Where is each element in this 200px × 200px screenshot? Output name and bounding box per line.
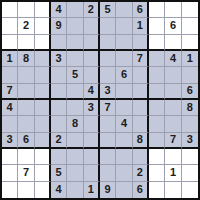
cell-r4c8-empty[interactable]: [116, 51, 132, 67]
cell-r8c6-empty[interactable]: [84, 116, 100, 132]
cell-r4c4-given: 3: [51, 51, 67, 67]
cell-r9c11-given: 7: [165, 133, 181, 149]
cell-r8c12-empty[interactable]: [182, 116, 198, 132]
cell-r3c6-empty[interactable]: [84, 35, 100, 51]
cell-r12c8-empty[interactable]: [116, 182, 132, 198]
cell-r5c3-empty[interactable]: [35, 67, 51, 83]
cell-r6c8-empty[interactable]: [116, 84, 132, 100]
cell-r12c6-given: 1: [84, 182, 100, 198]
cell-r4c9-given: 7: [133, 51, 149, 67]
cell-r3c7-empty[interactable]: [100, 35, 116, 51]
cell-r4c3-empty[interactable]: [35, 51, 51, 67]
cell-r8c2-empty[interactable]: [18, 116, 34, 132]
cell-r1c4-given: 4: [51, 2, 67, 18]
cell-r10c2-empty[interactable]: [18, 149, 34, 165]
cell-r2c11-given: 6: [165, 18, 181, 34]
cell-r11c9-given: 2: [133, 165, 149, 181]
cell-r1c8-empty[interactable]: [116, 2, 132, 18]
cell-r9c7-empty[interactable]: [100, 133, 116, 149]
cell-r7c8-empty[interactable]: [116, 100, 132, 116]
cell-r7c11-empty[interactable]: [165, 100, 181, 116]
cell-r4c11-given: 4: [165, 51, 181, 67]
cell-r7c1-given: 4: [2, 100, 18, 116]
cell-r9c2-given: 6: [18, 133, 34, 149]
cell-r11c7-empty[interactable]: [100, 165, 116, 181]
cell-r8c7-empty[interactable]: [100, 116, 116, 132]
cell-r10c8-empty[interactable]: [116, 149, 132, 165]
cell-r5c10-empty[interactable]: [149, 67, 165, 83]
cell-r1c12-empty[interactable]: [182, 2, 198, 18]
cell-r9c3-empty[interactable]: [35, 133, 51, 149]
cell-r10c7-empty[interactable]: [100, 149, 116, 165]
cell-r8c5-given: 8: [67, 116, 83, 132]
cell-r12c5-empty[interactable]: [67, 182, 83, 198]
cell-r5c2-empty[interactable]: [18, 67, 34, 83]
cell-r9c9-given: 8: [133, 133, 149, 149]
cell-r12c7-given: 9: [100, 182, 116, 198]
cell-r3c5-empty[interactable]: [67, 35, 83, 51]
cell-r10c10-empty[interactable]: [149, 149, 165, 165]
cell-r1c7-given: 5: [100, 2, 116, 18]
cell-r10c3-empty[interactable]: [35, 149, 51, 165]
cell-r10c1-empty[interactable]: [2, 149, 18, 165]
cell-r2c3-empty[interactable]: [35, 18, 51, 34]
cell-r12c9-given: 6: [133, 182, 149, 198]
cell-r2c2-given: 2: [18, 18, 34, 34]
cell-r6c11-empty[interactable]: [165, 84, 181, 100]
cell-r11c5-empty[interactable]: [67, 165, 83, 181]
cell-r5c6-empty[interactable]: [84, 67, 100, 83]
cell-r4c2-given: 8: [18, 51, 34, 67]
cell-r9c5-empty[interactable]: [67, 133, 83, 149]
cell-r12c3-empty[interactable]: [35, 182, 51, 198]
cell-r7c9-empty[interactable]: [133, 100, 149, 116]
cell-r9c4-given: 2: [51, 133, 67, 149]
cell-r10c5-empty[interactable]: [67, 149, 83, 165]
cell-r3c3-empty[interactable]: [35, 35, 51, 51]
cell-r11c3-empty[interactable]: [35, 165, 51, 181]
cell-r11c4-given: 5: [51, 165, 67, 181]
cell-r12c2-empty[interactable]: [18, 182, 34, 198]
cell-r6c3-empty[interactable]: [35, 84, 51, 100]
cell-r4c7-empty[interactable]: [100, 51, 116, 67]
cell-r11c8-empty[interactable]: [116, 165, 132, 181]
cell-r1c2-empty[interactable]: [18, 2, 34, 18]
cell-r6c12-given: 6: [182, 84, 198, 100]
cell-r8c9-empty[interactable]: [133, 116, 149, 132]
cell-r10c9-empty[interactable]: [133, 149, 149, 165]
cell-r2c4-given: 9: [51, 18, 67, 34]
cell-r11c12-empty[interactable]: [182, 165, 198, 181]
cell-r8c4-empty[interactable]: [51, 116, 67, 132]
cell-r8c3-empty[interactable]: [35, 116, 51, 132]
cell-r1c11-empty[interactable]: [165, 2, 181, 18]
cell-r12c4-given: 4: [51, 182, 67, 198]
cell-r7c6-given: 3: [84, 100, 100, 116]
cell-r6c6-given: 4: [84, 84, 100, 100]
cell-r2c6-empty[interactable]: [84, 18, 100, 34]
cell-r2c7-empty[interactable]: [100, 18, 116, 34]
cell-r3c11-empty[interactable]: [165, 35, 181, 51]
sudoku-puzzle: 4256291618374156743643788436287375214196: [0, 0, 200, 200]
cell-r2c1-empty[interactable]: [2, 18, 18, 34]
cell-r9c10-empty[interactable]: [149, 133, 165, 149]
cell-r12c12-empty[interactable]: [182, 182, 198, 198]
cell-r5c9-empty[interactable]: [133, 67, 149, 83]
cell-r5c1-empty[interactable]: [2, 67, 18, 83]
cell-r6c4-empty[interactable]: [51, 84, 67, 100]
cell-r3c1-empty[interactable]: [2, 35, 18, 51]
cell-r2c9-given: 1: [133, 18, 149, 34]
cell-r6c2-empty[interactable]: [18, 84, 34, 100]
cell-r1c10-empty[interactable]: [149, 2, 165, 18]
sudoku-board: 4256291618374156743643788436287375214196: [0, 0, 200, 200]
cell-r12c11-empty[interactable]: [165, 182, 181, 198]
cell-r5c4-empty[interactable]: [51, 67, 67, 83]
cell-r7c12-given: 8: [182, 100, 198, 116]
cell-r5c8-given: 6: [116, 67, 132, 83]
cell-r11c1-empty[interactable]: [2, 165, 18, 181]
cell-r2c12-empty[interactable]: [182, 18, 198, 34]
cell-r6c9-empty[interactable]: [133, 84, 149, 100]
cell-r10c11-empty[interactable]: [165, 149, 181, 165]
cell-r7c7-given: 7: [100, 100, 116, 116]
cell-r3c8-empty[interactable]: [116, 35, 132, 51]
cell-r9c6-empty[interactable]: [84, 133, 100, 149]
cell-r2c8-empty[interactable]: [116, 18, 132, 34]
cell-r3c2-empty[interactable]: [18, 35, 34, 51]
cell-r6c5-empty[interactable]: [67, 84, 83, 100]
cell-r3c10-empty[interactable]: [149, 35, 165, 51]
cell-r7c5-empty[interactable]: [67, 100, 83, 116]
cell-r1c9-given: 6: [133, 2, 149, 18]
cell-r3c9-empty[interactable]: [133, 35, 149, 51]
cell-r2c5-empty[interactable]: [67, 18, 83, 34]
cell-r9c8-empty[interactable]: [116, 133, 132, 149]
cell-r8c10-empty[interactable]: [149, 116, 165, 132]
cell-r9c1-given: 3: [2, 133, 18, 149]
cell-r1c3-empty[interactable]: [35, 2, 51, 18]
cell-r6c7-given: 3: [100, 84, 116, 100]
cell-r11c6-empty[interactable]: [84, 165, 100, 181]
cell-r4c12-given: 1: [182, 51, 198, 67]
cell-r5c5-given: 5: [67, 67, 83, 83]
cell-r9c12-given: 3: [182, 133, 198, 149]
cell-r1c6-given: 2: [84, 2, 100, 18]
cell-r7c10-empty[interactable]: [149, 100, 165, 116]
cell-r10c6-empty[interactable]: [84, 149, 100, 165]
cell-r4c6-empty[interactable]: [84, 51, 100, 67]
cell-r12c1-empty[interactable]: [2, 182, 18, 198]
cell-r1c1-empty[interactable]: [2, 2, 18, 18]
cell-r5c7-empty[interactable]: [100, 67, 116, 83]
cell-r2c10-empty[interactable]: [149, 18, 165, 34]
cell-r4c5-empty[interactable]: [67, 51, 83, 67]
cell-r7c2-empty[interactable]: [18, 100, 34, 116]
cell-r10c12-empty[interactable]: [182, 149, 198, 165]
cell-r6c1-given: 7: [2, 84, 18, 100]
cell-r1c5-empty[interactable]: [67, 2, 83, 18]
cell-r5c12-empty[interactable]: [182, 67, 198, 83]
cell-r4c10-empty[interactable]: [149, 51, 165, 67]
cell-r4c1-given: 1: [2, 51, 18, 67]
cell-r8c8-given: 4: [116, 116, 132, 132]
cell-r12c10-empty[interactable]: [149, 182, 165, 198]
cell-r11c11-given: 1: [165, 165, 181, 181]
cell-r7c4-empty[interactable]: [51, 100, 67, 116]
cell-r10c4-empty[interactable]: [51, 149, 67, 165]
cell-r8c11-empty[interactable]: [165, 116, 181, 132]
cell-r3c4-empty[interactable]: [51, 35, 67, 51]
cell-r5c11-empty[interactable]: [165, 67, 181, 83]
cell-r11c10-empty[interactable]: [149, 165, 165, 181]
cell-r6c10-empty[interactable]: [149, 84, 165, 100]
cell-r11c2-given: 7: [18, 165, 34, 181]
cell-r7c3-empty[interactable]: [35, 100, 51, 116]
cell-r3c12-empty[interactable]: [182, 35, 198, 51]
cell-r8c1-empty[interactable]: [2, 116, 18, 132]
